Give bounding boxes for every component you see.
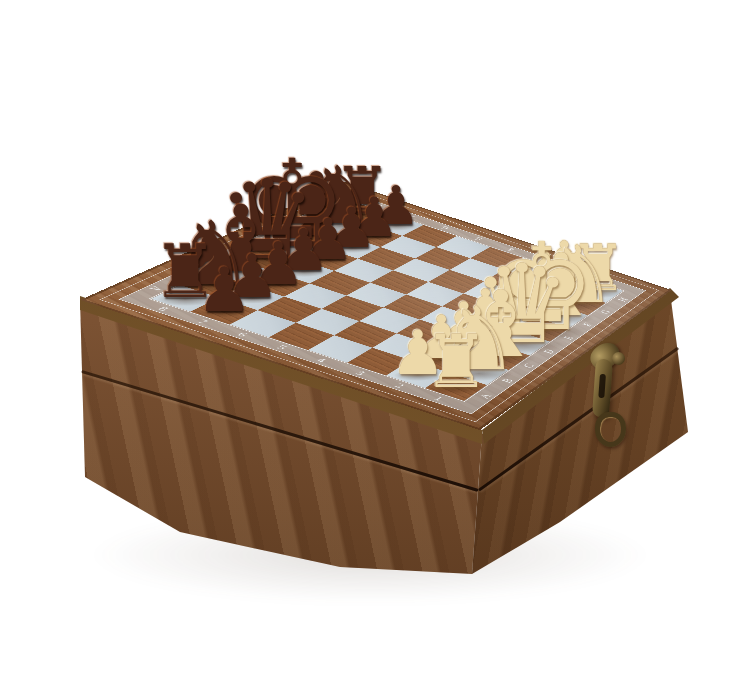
product-photo: AABBCCDDEEFFGGHH1122334455667788 ♜♞♝♛♚♝♞… bbox=[0, 0, 750, 700]
brass-clasp-icon bbox=[576, 344, 640, 452]
clasp-swing-arm bbox=[592, 358, 613, 417]
clasp-hook-ring bbox=[595, 412, 626, 447]
clasp-scroll-knob bbox=[612, 352, 625, 365]
